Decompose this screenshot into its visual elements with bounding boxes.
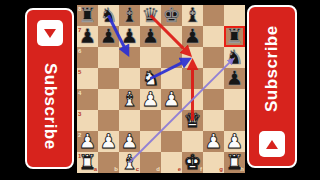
square-f3 (182, 110, 203, 131)
square-b1: b (98, 152, 119, 173)
square-d8 (140, 5, 161, 26)
square-c4 (119, 89, 140, 110)
square-c8 (119, 5, 140, 26)
file-label-a: a (94, 166, 97, 172)
square-b6 (98, 47, 119, 68)
square-h6 (224, 47, 245, 68)
file-label-e: e (178, 166, 181, 172)
square-g1: g (203, 152, 224, 173)
square-e2 (161, 131, 182, 152)
youtube-icon-box (259, 131, 285, 157)
square-d7 (140, 26, 161, 47)
file-label-d: d (156, 166, 160, 172)
square-c6 (119, 47, 140, 68)
rank-label-4: 4 (78, 90, 81, 96)
square-a4: 4 (77, 89, 98, 110)
square-b2 (98, 131, 119, 152)
subscribe-banner-left[interactable]: Subscribe (25, 8, 74, 169)
square-a7: 7 (77, 26, 98, 47)
square-h2 (224, 131, 245, 152)
square-b5 (98, 68, 119, 89)
square-g2 (203, 131, 224, 152)
subscribe-label-right: Subscribe (262, 7, 282, 131)
square-f6 (182, 47, 203, 68)
chess-board-wrap: 87654321abcdefgh ♜♞♝♛♚♝♟♟♟♟♟♜♞♟♞♝♟♟♛♟♟♟♟… (77, 5, 245, 173)
square-d3 (140, 110, 161, 131)
square-f1: f (182, 152, 203, 173)
square-c7 (119, 26, 140, 47)
square-h5 (224, 68, 245, 89)
square-a5: 5 (77, 68, 98, 89)
square-g8 (203, 5, 224, 26)
play-triangle-up-icon (266, 140, 278, 149)
rank-label-8: 8 (78, 6, 81, 12)
square-d5 (140, 68, 161, 89)
square-f5 (182, 68, 203, 89)
square-h4 (224, 89, 245, 110)
square-e8 (161, 5, 182, 26)
subscribe-banner-right[interactable]: Subscribe (247, 5, 297, 168)
rank-label-7: 7 (78, 27, 81, 33)
square-g6 (203, 47, 224, 68)
rank-label-1: 1 (78, 153, 81, 159)
square-d4 (140, 89, 161, 110)
square-h3 (224, 110, 245, 131)
chess-board: 87654321abcdefgh (77, 5, 245, 173)
file-label-c: c (136, 166, 139, 172)
file-label-f: f (200, 166, 202, 172)
square-e5 (161, 68, 182, 89)
square-e4 (161, 89, 182, 110)
square-c2 (119, 131, 140, 152)
square-d6 (140, 47, 161, 68)
square-h1: h (224, 152, 245, 173)
square-c3 (119, 110, 140, 131)
square-b4 (98, 89, 119, 110)
subscribe-label-left: Subscribe (40, 46, 60, 167)
square-h8 (224, 5, 245, 26)
video-frame: Subscribe 87654321abcdefgh ♜♞♝♛♚♝♟♟♟♟♟♜♞… (0, 0, 320, 180)
square-c1: c (119, 152, 140, 173)
square-f7 (182, 26, 203, 47)
square-e7 (161, 26, 182, 47)
square-g7 (203, 26, 224, 47)
square-g5 (203, 68, 224, 89)
square-e6 (161, 47, 182, 68)
file-label-h: h (240, 166, 244, 172)
rank-label-5: 5 (78, 69, 81, 75)
square-f4 (182, 89, 203, 110)
square-h7 (224, 26, 245, 47)
square-a3: 3 (77, 110, 98, 131)
square-e1: e (161, 152, 182, 173)
square-a2: 2 (77, 131, 98, 152)
square-d2 (140, 131, 161, 152)
square-a8: 8 (77, 5, 98, 26)
square-g3 (203, 110, 224, 131)
square-a1: 1a (77, 152, 98, 173)
square-f2 (182, 131, 203, 152)
square-f8 (182, 5, 203, 26)
rank-label-2: 2 (78, 132, 81, 138)
file-label-b: b (114, 166, 118, 172)
youtube-icon-box (37, 20, 63, 46)
square-d1: d (140, 152, 161, 173)
square-b8 (98, 5, 119, 26)
file-label-g: g (219, 166, 223, 172)
square-b7 (98, 26, 119, 47)
rank-label-3: 3 (78, 111, 81, 117)
square-e3 (161, 110, 182, 131)
square-a6: 6 (77, 47, 98, 68)
square-g4 (203, 89, 224, 110)
rank-label-6: 6 (78, 48, 81, 54)
square-c5 (119, 68, 140, 89)
square-b3 (98, 110, 119, 131)
play-triangle-down-icon (44, 29, 56, 38)
